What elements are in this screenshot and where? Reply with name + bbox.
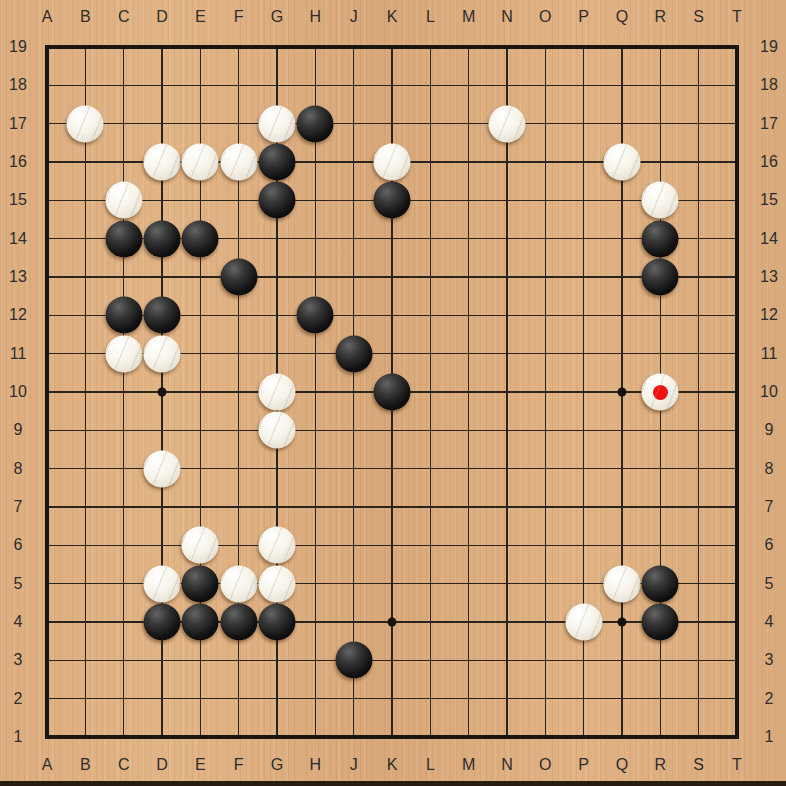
row-label-left-11: 11 xyxy=(1,344,35,364)
row-label-right-16: 16 xyxy=(752,152,786,172)
row-label-left-5: 5 xyxy=(1,574,35,594)
row-label-right-17: 17 xyxy=(752,114,786,134)
stone-white-G10 xyxy=(259,374,296,411)
row-label-left-3: 3 xyxy=(1,650,35,670)
col-label-top-Q: Q xyxy=(605,7,639,27)
row-label-left-4: 4 xyxy=(1,612,35,632)
stone-black-D12 xyxy=(144,297,181,334)
col-label-bottom-A: A xyxy=(30,755,64,775)
col-label-bottom-Q: Q xyxy=(605,755,639,775)
stone-white-N17 xyxy=(489,105,526,142)
stone-black-C12 xyxy=(105,297,142,334)
stone-white-F5 xyxy=(220,565,257,602)
stone-white-K16 xyxy=(374,144,411,181)
col-label-bottom-P: P xyxy=(567,755,601,775)
col-label-bottom-G: G xyxy=(260,755,294,775)
row-label-left-10: 10 xyxy=(1,382,35,402)
stone-white-E16 xyxy=(182,144,219,181)
star-point-K4 xyxy=(388,618,397,627)
row-label-left-13: 13 xyxy=(1,267,35,287)
row-label-left-9: 9 xyxy=(1,420,35,440)
row-label-left-7: 7 xyxy=(1,497,35,517)
stone-black-F4 xyxy=(220,604,257,641)
last-move-marker xyxy=(653,385,668,400)
stone-black-H12 xyxy=(297,297,334,334)
col-label-bottom-F: F xyxy=(222,755,256,775)
row-label-right-6: 6 xyxy=(752,535,786,555)
row-label-left-16: 16 xyxy=(1,152,35,172)
stone-white-G9 xyxy=(259,412,296,449)
row-label-left-6: 6 xyxy=(1,535,35,555)
stone-black-G15 xyxy=(259,182,296,219)
stone-black-K15 xyxy=(374,182,411,219)
col-label-bottom-C: C xyxy=(107,755,141,775)
row-label-right-10: 10 xyxy=(752,382,786,402)
row-label-right-7: 7 xyxy=(752,497,786,517)
stone-white-D16 xyxy=(144,144,181,181)
bottom-bar xyxy=(0,781,786,786)
stone-black-C14 xyxy=(105,220,142,257)
row-label-right-13: 13 xyxy=(752,267,786,287)
col-label-bottom-E: E xyxy=(183,755,217,775)
col-label-top-N: N xyxy=(490,7,524,27)
row-label-left-17: 17 xyxy=(1,114,35,134)
row-label-right-15: 15 xyxy=(752,190,786,210)
row-label-right-2: 2 xyxy=(752,689,786,709)
col-label-top-O: O xyxy=(528,7,562,27)
stone-white-R10 xyxy=(642,374,679,411)
row-label-left-8: 8 xyxy=(1,459,35,479)
stone-black-G4 xyxy=(259,604,296,641)
stone-black-R4 xyxy=(642,604,679,641)
stone-white-E6 xyxy=(182,527,219,564)
stone-white-Q16 xyxy=(604,144,641,181)
stone-white-G5 xyxy=(259,565,296,602)
stone-black-D4 xyxy=(144,604,181,641)
col-label-top-C: C xyxy=(107,7,141,27)
stone-black-R5 xyxy=(642,565,679,602)
col-label-bottom-T: T xyxy=(720,755,754,775)
col-label-top-H: H xyxy=(298,7,332,27)
col-label-bottom-S: S xyxy=(682,755,716,775)
col-label-bottom-M: M xyxy=(452,755,486,775)
col-label-top-S: S xyxy=(682,7,716,27)
stone-black-J3 xyxy=(335,642,372,679)
stone-white-C11 xyxy=(105,335,142,372)
row-label-right-14: 14 xyxy=(752,229,786,249)
row-label-right-11: 11 xyxy=(752,344,786,364)
col-label-top-R: R xyxy=(643,7,677,27)
stone-black-J11 xyxy=(335,335,372,372)
stone-white-C15 xyxy=(105,182,142,219)
col-label-top-M: M xyxy=(452,7,486,27)
col-label-bottom-B: B xyxy=(68,755,102,775)
col-label-bottom-K: K xyxy=(375,755,409,775)
star-point-Q10 xyxy=(618,388,627,397)
col-label-top-F: F xyxy=(222,7,256,27)
col-label-bottom-R: R xyxy=(643,755,677,775)
row-label-left-2: 2 xyxy=(1,689,35,709)
stone-white-F16 xyxy=(220,144,257,181)
col-label-bottom-D: D xyxy=(145,755,179,775)
stone-black-E4 xyxy=(182,604,219,641)
star-point-D10 xyxy=(158,388,167,397)
row-label-right-3: 3 xyxy=(752,650,786,670)
col-label-top-J: J xyxy=(337,7,371,27)
stone-white-D11 xyxy=(144,335,181,372)
col-label-top-B: B xyxy=(68,7,102,27)
col-label-bottom-O: O xyxy=(528,755,562,775)
row-label-right-4: 4 xyxy=(752,612,786,632)
stone-white-G6 xyxy=(259,527,296,564)
row-label-right-18: 18 xyxy=(752,75,786,95)
stone-white-R15 xyxy=(642,182,679,219)
row-label-right-9: 9 xyxy=(752,420,786,440)
col-label-top-P: P xyxy=(567,7,601,27)
col-label-bottom-H: H xyxy=(298,755,332,775)
row-label-right-1: 1 xyxy=(752,727,786,747)
row-label-left-15: 15 xyxy=(1,190,35,210)
stone-white-D5 xyxy=(144,565,181,602)
stone-white-P4 xyxy=(565,604,602,641)
row-label-left-14: 14 xyxy=(1,229,35,249)
stone-white-Q5 xyxy=(604,565,641,602)
stone-black-R13 xyxy=(642,259,679,296)
go-app-screenshot: AABBCCDDEEFFGGHHJJKKLLMMNNOOPPQQRRSSTT19… xyxy=(0,0,786,786)
stone-white-D8 xyxy=(144,450,181,487)
stone-white-B17 xyxy=(67,105,104,142)
stone-white-G17 xyxy=(259,105,296,142)
stone-black-H17 xyxy=(297,105,334,142)
go-board[interactable]: AABBCCDDEEFFGGHHJJKKLLMMNNOOPPQQRRSSTT19… xyxy=(0,0,786,786)
col-label-top-D: D xyxy=(145,7,179,27)
stone-black-G16 xyxy=(259,144,296,181)
row-label-left-12: 12 xyxy=(1,305,35,325)
stone-black-D14 xyxy=(144,220,181,257)
row-label-left-18: 18 xyxy=(1,75,35,95)
stone-black-E14 xyxy=(182,220,219,257)
row-label-left-19: 19 xyxy=(1,37,35,57)
col-label-top-K: K xyxy=(375,7,409,27)
row-label-right-12: 12 xyxy=(752,305,786,325)
row-label-left-1: 1 xyxy=(1,727,35,747)
col-label-top-T: T xyxy=(720,7,754,27)
stone-black-F13 xyxy=(220,259,257,296)
col-label-top-G: G xyxy=(260,7,294,27)
col-label-top-A: A xyxy=(30,7,64,27)
row-label-right-8: 8 xyxy=(752,459,786,479)
stone-black-R14 xyxy=(642,220,679,257)
row-label-right-19: 19 xyxy=(752,37,786,57)
col-label-top-L: L xyxy=(413,7,447,27)
col-label-bottom-N: N xyxy=(490,755,524,775)
col-label-top-E: E xyxy=(183,7,217,27)
col-label-bottom-L: L xyxy=(413,755,447,775)
row-label-right-5: 5 xyxy=(752,574,786,594)
stone-black-K10 xyxy=(374,374,411,411)
star-point-Q4 xyxy=(618,618,627,627)
stone-black-E5 xyxy=(182,565,219,602)
col-label-bottom-J: J xyxy=(337,755,371,775)
